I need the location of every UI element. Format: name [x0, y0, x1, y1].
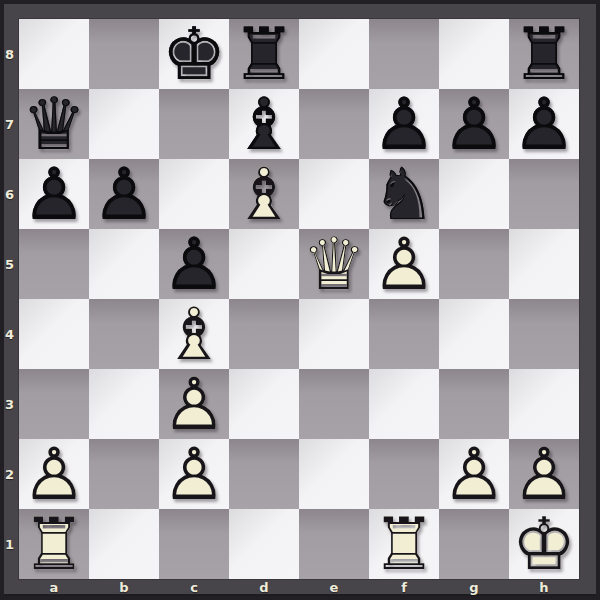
black-pawn[interactable]: ♟♙ — [369, 89, 439, 159]
white-pawn[interactable]: ♟♙ — [369, 229, 439, 299]
black-pawn[interactable]: ♟♙ — [159, 229, 229, 299]
white-king[interactable]: ♚♔ — [509, 509, 579, 579]
piece-outline-glyph: ♔ — [509, 509, 579, 579]
square-b3[interactable] — [89, 369, 159, 439]
square-g7[interactable]: ♟♙ — [439, 89, 509, 159]
white-pawn[interactable]: ♟♙ — [159, 439, 229, 509]
rank-label-7: 7 — [0, 89, 19, 159]
square-h7[interactable]: ♟♙ — [509, 89, 579, 159]
square-c1[interactable] — [159, 509, 229, 579]
piece-outline-glyph: ♙ — [19, 159, 89, 229]
square-d2[interactable] — [229, 439, 299, 509]
square-e3[interactable] — [299, 369, 369, 439]
rank-label-6: 6 — [0, 159, 19, 229]
piece-outline-glyph: ♙ — [369, 89, 439, 159]
square-b1[interactable] — [89, 509, 159, 579]
square-h5[interactable] — [509, 229, 579, 299]
chess-board-frame: ♚♔♜♖♜♖♛♕♝♗♟♙♟♙♟♙♟♙♟♙♝♗♞♘♟♙♛♕♟♙♝♗♟♙♟♙♟♙♟♙… — [0, 0, 600, 600]
piece-outline-glyph: ♕ — [299, 229, 369, 299]
square-c8[interactable]: ♚♔ — [159, 19, 229, 89]
file-label-f: f — [369, 580, 439, 598]
piece-outline-glyph: ♙ — [439, 89, 509, 159]
piece-outline-glyph: ♖ — [509, 19, 579, 89]
file-label-g: g — [439, 580, 509, 598]
square-e7[interactable] — [299, 89, 369, 159]
square-e5[interactable]: ♛♕ — [299, 229, 369, 299]
square-c3[interactable]: ♟♙ — [159, 369, 229, 439]
black-bishop[interactable]: ♝♗ — [229, 89, 299, 159]
black-pawn[interactable]: ♟♙ — [89, 159, 159, 229]
piece-outline-glyph: ♙ — [439, 439, 509, 509]
rank-label-4: 4 — [0, 299, 19, 369]
square-c7[interactable] — [159, 89, 229, 159]
square-a4[interactable] — [19, 299, 89, 369]
piece-outline-glyph: ♙ — [159, 439, 229, 509]
square-b8[interactable] — [89, 19, 159, 89]
square-f1[interactable]: ♜♖ — [369, 509, 439, 579]
white-bishop[interactable]: ♝♗ — [159, 299, 229, 369]
white-rook[interactable]: ♜♖ — [369, 509, 439, 579]
black-pawn[interactable]: ♟♙ — [509, 89, 579, 159]
square-h3[interactable] — [509, 369, 579, 439]
rank-label-1: 1 — [0, 509, 19, 579]
file-label-c: c — [159, 580, 229, 598]
file-label-d: d — [229, 580, 299, 598]
square-d3[interactable] — [229, 369, 299, 439]
square-a8[interactable] — [19, 19, 89, 89]
square-b5[interactable] — [89, 229, 159, 299]
square-e4[interactable] — [299, 299, 369, 369]
piece-outline-glyph: ♖ — [229, 19, 299, 89]
file-label-a: a — [19, 580, 89, 598]
piece-outline-glyph: ♖ — [19, 509, 89, 579]
square-h8[interactable]: ♜♖ — [509, 19, 579, 89]
square-g6[interactable] — [439, 159, 509, 229]
square-h2[interactable]: ♟♙ — [509, 439, 579, 509]
white-pawn[interactable]: ♟♙ — [439, 439, 509, 509]
square-c4[interactable]: ♝♗ — [159, 299, 229, 369]
square-g4[interactable] — [439, 299, 509, 369]
white-bishop[interactable]: ♝♗ — [229, 159, 299, 229]
piece-outline-glyph: ♖ — [369, 509, 439, 579]
rank-label-8: 8 — [0, 19, 19, 89]
square-g3[interactable] — [439, 369, 509, 439]
square-h6[interactable] — [509, 159, 579, 229]
square-h4[interactable] — [509, 299, 579, 369]
piece-outline-glyph: ♗ — [229, 159, 299, 229]
file-label-e: e — [299, 580, 369, 598]
rank-label-5: 5 — [0, 229, 19, 299]
square-e1[interactable] — [299, 509, 369, 579]
square-c6[interactable] — [159, 159, 229, 229]
square-d4[interactable] — [229, 299, 299, 369]
piece-outline-glyph: ♔ — [159, 19, 229, 89]
square-g5[interactable] — [439, 229, 509, 299]
white-rook[interactable]: ♜♖ — [19, 509, 89, 579]
file-label-b: b — [89, 580, 159, 598]
piece-outline-glyph: ♗ — [159, 299, 229, 369]
square-f7[interactable]: ♟♙ — [369, 89, 439, 159]
square-g8[interactable] — [439, 19, 509, 89]
piece-outline-glyph: ♙ — [159, 229, 229, 299]
square-d5[interactable] — [229, 229, 299, 299]
square-b6[interactable]: ♟♙ — [89, 159, 159, 229]
square-f3[interactable] — [369, 369, 439, 439]
black-rook[interactable]: ♜♖ — [229, 19, 299, 89]
square-a2[interactable]: ♟♙ — [19, 439, 89, 509]
square-d1[interactable] — [229, 509, 299, 579]
black-pawn[interactable]: ♟♙ — [439, 89, 509, 159]
piece-outline-glyph: ♙ — [89, 159, 159, 229]
square-a1[interactable]: ♜♖ — [19, 509, 89, 579]
piece-outline-glyph: ♙ — [159, 369, 229, 439]
piece-outline-glyph: ♙ — [509, 89, 579, 159]
piece-outline-glyph: ♙ — [19, 439, 89, 509]
white-queen[interactable]: ♛♕ — [299, 229, 369, 299]
square-d6[interactable]: ♝♗ — [229, 159, 299, 229]
square-c5[interactable]: ♟♙ — [159, 229, 229, 299]
piece-outline-glyph: ♗ — [229, 89, 299, 159]
square-a6[interactable]: ♟♙ — [19, 159, 89, 229]
square-d8[interactable]: ♜♖ — [229, 19, 299, 89]
square-b4[interactable] — [89, 299, 159, 369]
square-a3[interactable] — [19, 369, 89, 439]
square-b2[interactable] — [89, 439, 159, 509]
square-f6[interactable]: ♞♘ — [369, 159, 439, 229]
white-pawn[interactable]: ♟♙ — [509, 439, 579, 509]
square-f4[interactable] — [369, 299, 439, 369]
piece-outline-glyph: ♕ — [19, 89, 89, 159]
square-h1[interactable]: ♚♔ — [509, 509, 579, 579]
black-knight[interactable]: ♞♘ — [369, 159, 439, 229]
file-label-h: h — [509, 580, 579, 598]
white-pawn[interactable]: ♟♙ — [19, 439, 89, 509]
square-c2[interactable]: ♟♙ — [159, 439, 229, 509]
square-f8[interactable] — [369, 19, 439, 89]
chess-board: ♚♔♜♖♜♖♛♕♝♗♟♙♟♙♟♙♟♙♟♙♝♗♞♘♟♙♛♕♟♙♝♗♟♙♟♙♟♙♟♙… — [19, 19, 579, 579]
black-queen[interactable]: ♛♕ — [19, 89, 89, 159]
black-king[interactable]: ♚♔ — [159, 19, 229, 89]
square-f2[interactable] — [369, 439, 439, 509]
square-a5[interactable] — [19, 229, 89, 299]
piece-outline-glyph: ♘ — [369, 159, 439, 229]
piece-outline-glyph: ♙ — [509, 439, 579, 509]
square-a7[interactable]: ♛♕ — [19, 89, 89, 159]
rank-label-3: 3 — [0, 369, 19, 439]
rank-label-2: 2 — [0, 439, 19, 509]
square-d7[interactable]: ♝♗ — [229, 89, 299, 159]
square-e2[interactable] — [299, 439, 369, 509]
square-e6[interactable] — [299, 159, 369, 229]
black-pawn[interactable]: ♟♙ — [19, 159, 89, 229]
square-g1[interactable] — [439, 509, 509, 579]
square-e8[interactable] — [299, 19, 369, 89]
square-b7[interactable] — [89, 89, 159, 159]
piece-outline-glyph: ♙ — [369, 229, 439, 299]
square-f5[interactable]: ♟♙ — [369, 229, 439, 299]
square-g2[interactable]: ♟♙ — [439, 439, 509, 509]
black-rook[interactable]: ♜♖ — [509, 19, 579, 89]
white-pawn[interactable]: ♟♙ — [159, 369, 229, 439]
